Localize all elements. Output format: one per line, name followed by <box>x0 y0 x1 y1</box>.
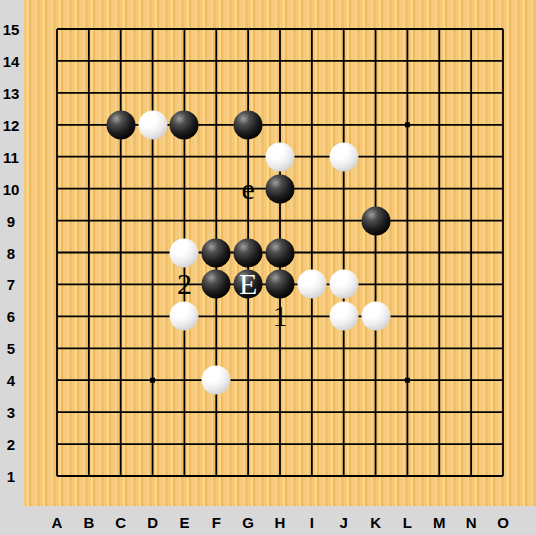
go-diagram: e21E 151413121110987654321 ABCDEFGHIJKLM… <box>0 0 536 535</box>
col-label-m: M <box>433 515 446 530</box>
col-label-g: G <box>242 515 254 530</box>
col-label-a: A <box>52 515 63 530</box>
col-label-e: E <box>179 515 189 530</box>
col-label-h: H <box>275 515 286 530</box>
col-label-o: O <box>497 515 509 530</box>
col-label-b: B <box>83 515 94 530</box>
col-label-i: I <box>310 515 314 530</box>
col-label-d: D <box>147 515 158 530</box>
col-label-k: K <box>370 515 381 530</box>
col-label-f: F <box>212 515 221 530</box>
col-label-n: N <box>466 515 477 530</box>
col-label-j: J <box>340 515 348 530</box>
column-coordinate-labels: ABCDEFGHIJKLMNO <box>0 0 536 535</box>
col-label-c: C <box>115 515 126 530</box>
col-label-l: L <box>403 515 412 530</box>
